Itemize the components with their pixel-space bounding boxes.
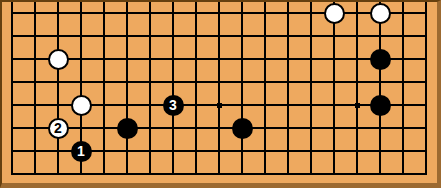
stone-black: [370, 95, 391, 116]
stone-black: [117, 118, 138, 139]
stone-black-move-3: 3: [163, 95, 184, 116]
grid-line-horizontal: [11, 12, 427, 14]
stone-black: [370, 49, 391, 70]
grid-line-horizontal: [11, 58, 427, 60]
stone-white: [71, 95, 92, 116]
grid-line-horizontal: [11, 81, 427, 83]
stone-move-number: 2: [54, 121, 62, 135]
stone-black-move-1: 1: [71, 141, 92, 162]
star-point: [217, 103, 222, 108]
stone-black: [232, 118, 253, 139]
go-board-diagram: 213: [0, 0, 441, 188]
grid-line-horizontal: [11, 173, 427, 175]
grid-line-horizontal: [11, 127, 427, 129]
grid-line-horizontal: [11, 35, 427, 37]
stone-white: [48, 49, 69, 70]
stone-white: [370, 3, 391, 24]
stone-move-number: 1: [77, 144, 85, 158]
stone-white-move-2: 2: [48, 118, 69, 139]
stone-move-number: 3: [169, 98, 177, 112]
star-point: [355, 103, 360, 108]
stone-white: [324, 3, 345, 24]
